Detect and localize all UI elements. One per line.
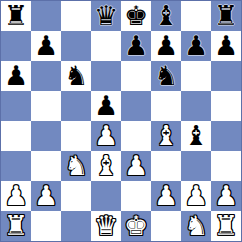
square-g6[interactable] [181, 61, 211, 91]
square-a8[interactable]: ♜ [1, 1, 31, 31]
square-e2[interactable] [121, 181, 151, 211]
black-knight-piece[interactable]: ♞ [154, 61, 178, 91]
square-c4[interactable] [61, 121, 91, 151]
white-pawn-piece[interactable]: ♟ [184, 181, 208, 211]
square-e4[interactable] [121, 121, 151, 151]
square-b5[interactable] [31, 91, 61, 121]
square-h5[interactable] [211, 91, 241, 121]
white-pawn-piece[interactable]: ♟ [94, 121, 118, 151]
square-g4[interactable]: ♝ [181, 121, 211, 151]
square-b2[interactable]: ♟ [31, 181, 61, 211]
square-e5[interactable] [121, 91, 151, 121]
square-d5[interactable]: ♟ [91, 91, 121, 121]
white-pawn-piece[interactable]: ♟ [214, 181, 238, 211]
square-c3[interactable]: ♞ [61, 151, 91, 181]
square-g8[interactable] [181, 1, 211, 31]
square-e1[interactable]: ♚ [121, 211, 151, 241]
black-bishop-piece[interactable]: ♝ [184, 121, 208, 151]
square-f7[interactable]: ♟ [151, 31, 181, 61]
white-knight-piece[interactable]: ♞ [184, 211, 208, 241]
square-c6[interactable]: ♞ [61, 61, 91, 91]
square-c2[interactable] [61, 181, 91, 211]
square-f8[interactable]: ♝ [151, 1, 181, 31]
square-d3[interactable]: ♝ [91, 151, 121, 181]
square-a6[interactable]: ♟ [1, 61, 31, 91]
square-g1[interactable]: ♞ [181, 211, 211, 241]
square-a2[interactable]: ♟ [1, 181, 31, 211]
square-f2[interactable]: ♟ [151, 181, 181, 211]
square-e6[interactable] [121, 61, 151, 91]
black-pawn-piece[interactable]: ♟ [214, 31, 238, 61]
black-pawn-piece[interactable]: ♟ [34, 31, 58, 61]
chess-board-wrapper: ♜♛♚♝♜♟♟♟♟♟♟♞♞♟♟♝♝♞♝♟♟♟♟♟♟♜♛♚♞♜ [0, 0, 242, 242]
black-queen-piece[interactable]: ♛ [94, 1, 118, 31]
square-c1[interactable] [61, 211, 91, 241]
white-queen-piece[interactable]: ♛ [94, 211, 118, 241]
square-d2[interactable] [91, 181, 121, 211]
square-d8[interactable]: ♛ [91, 1, 121, 31]
black-king-piece[interactable]: ♚ [124, 1, 148, 31]
white-pawn-piece[interactable]: ♟ [124, 151, 148, 181]
square-f6[interactable]: ♞ [151, 61, 181, 91]
square-h3[interactable] [211, 151, 241, 181]
square-e3[interactable]: ♟ [121, 151, 151, 181]
white-rook-piece[interactable]: ♜ [4, 211, 28, 241]
square-g7[interactable]: ♟ [181, 31, 211, 61]
square-d6[interactable] [91, 61, 121, 91]
chess-board: ♜♛♚♝♜♟♟♟♟♟♟♞♞♟♟♝♝♞♝♟♟♟♟♟♟♜♛♚♞♜ [0, 0, 242, 242]
square-b3[interactable] [31, 151, 61, 181]
square-b4[interactable] [31, 121, 61, 151]
black-bishop-piece[interactable]: ♝ [154, 1, 178, 31]
black-pawn-piece[interactable]: ♟ [94, 91, 118, 121]
square-a3[interactable] [1, 151, 31, 181]
square-g5[interactable] [181, 91, 211, 121]
black-rook-piece[interactable]: ♜ [4, 1, 28, 31]
square-d7[interactable] [91, 31, 121, 61]
square-b7[interactable]: ♟ [31, 31, 61, 61]
square-g3[interactable] [181, 151, 211, 181]
white-king-piece[interactable]: ♚ [124, 211, 148, 241]
white-rook-piece[interactable]: ♜ [214, 211, 238, 241]
square-h7[interactable]: ♟ [211, 31, 241, 61]
white-bishop-piece[interactable]: ♝ [154, 121, 178, 151]
square-a1[interactable]: ♜ [1, 211, 31, 241]
square-h8[interactable]: ♜ [211, 1, 241, 31]
white-pawn-piece[interactable]: ♟ [154, 181, 178, 211]
square-b1[interactable] [31, 211, 61, 241]
black-pawn-piece[interactable]: ♟ [154, 31, 178, 61]
square-f1[interactable] [151, 211, 181, 241]
black-rook-piece[interactable]: ♜ [214, 1, 238, 31]
square-b6[interactable] [31, 61, 61, 91]
square-e8[interactable]: ♚ [121, 1, 151, 31]
square-e7[interactable]: ♟ [121, 31, 151, 61]
square-f4[interactable]: ♝ [151, 121, 181, 151]
black-pawn-piece[interactable]: ♟ [184, 31, 208, 61]
square-h2[interactable]: ♟ [211, 181, 241, 211]
white-pawn-piece[interactable]: ♟ [4, 181, 28, 211]
black-knight-piece[interactable]: ♞ [64, 61, 88, 91]
square-f5[interactable] [151, 91, 181, 121]
square-a4[interactable] [1, 121, 31, 151]
square-g2[interactable]: ♟ [181, 181, 211, 211]
white-pawn-piece[interactable]: ♟ [34, 181, 58, 211]
square-c8[interactable] [61, 1, 91, 31]
black-pawn-piece[interactable]: ♟ [4, 61, 28, 91]
square-h6[interactable] [211, 61, 241, 91]
white-bishop-piece[interactable]: ♝ [94, 151, 118, 181]
square-h4[interactable] [211, 121, 241, 151]
square-a5[interactable] [1, 91, 31, 121]
square-h1[interactable]: ♜ [211, 211, 241, 241]
square-d4[interactable]: ♟ [91, 121, 121, 151]
square-d1[interactable]: ♛ [91, 211, 121, 241]
square-f3[interactable] [151, 151, 181, 181]
square-a7[interactable] [1, 31, 31, 61]
square-b8[interactable] [31, 1, 61, 31]
square-c5[interactable] [61, 91, 91, 121]
square-c7[interactable] [61, 31, 91, 61]
black-pawn-piece[interactable]: ♟ [124, 31, 148, 61]
white-knight-piece[interactable]: ♞ [64, 151, 88, 181]
